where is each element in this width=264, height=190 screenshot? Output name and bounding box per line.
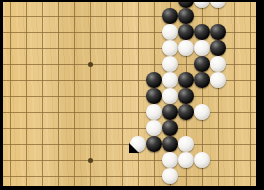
black-stone (178, 72, 194, 88)
white-stone (194, 152, 210, 168)
black-stone (210, 24, 226, 40)
white-stone (178, 136, 194, 152)
white-stone (194, 104, 210, 120)
app-background: { "game": "go", "view": { "description":… (0, 0, 264, 190)
black-stone (162, 104, 178, 120)
white-stone (162, 72, 178, 88)
white-stone (178, 152, 194, 168)
white-stone (210, 56, 226, 72)
grid-line-vertical (42, 2, 43, 186)
grid-line-vertical (106, 2, 107, 186)
white-stone (162, 24, 178, 40)
white-stone (178, 40, 194, 56)
black-stone (146, 72, 162, 88)
white-stone (162, 40, 178, 56)
grid-line-horizontal (3, 16, 256, 17)
white-stone (162, 88, 178, 104)
grid-line-horizontal (3, 176, 256, 177)
black-stone (210, 40, 226, 56)
grid-line-vertical (10, 2, 11, 186)
white-stone (194, 2, 210, 8)
white-stone (210, 72, 226, 88)
black-stone (178, 88, 194, 104)
black-stone (194, 56, 210, 72)
white-stone (162, 152, 178, 168)
grid-line-vertical (26, 2, 27, 186)
white-stone (194, 40, 210, 56)
star-point (88, 158, 93, 163)
black-stone (194, 72, 210, 88)
grid-line-horizontal (3, 128, 256, 129)
grid-line-vertical (122, 2, 123, 186)
grid-line-vertical (250, 2, 251, 186)
marker-stone (130, 136, 146, 152)
grid-line-horizontal (3, 96, 256, 97)
grid-line-vertical (234, 2, 235, 186)
black-stone (146, 136, 162, 152)
star-point (88, 62, 93, 67)
black-stone (162, 8, 178, 24)
white-stone (162, 56, 178, 72)
black-stone (162, 136, 178, 152)
white-stone (210, 2, 226, 8)
black-stone (178, 104, 194, 120)
grid-line-vertical (74, 2, 75, 186)
white-stone (162, 168, 178, 184)
grid-line-vertical (58, 2, 59, 186)
white-stone (146, 104, 162, 120)
white-stone (146, 120, 162, 136)
go-board[interactable] (3, 2, 256, 186)
black-stone (178, 8, 194, 24)
grid-line-horizontal (3, 112, 256, 113)
grid-line-horizontal (3, 160, 256, 161)
current-move-wedge-icon (129, 143, 139, 153)
black-stone (178, 24, 194, 40)
black-stone (194, 24, 210, 40)
grid-line-vertical (138, 2, 139, 186)
black-stone (146, 88, 162, 104)
black-stone (162, 120, 178, 136)
